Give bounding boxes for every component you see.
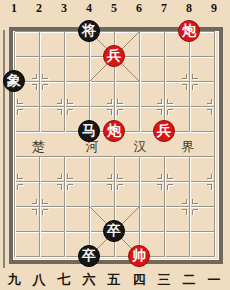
board-intersection[interactable] [164,156,189,181]
board-intersection[interactable] [89,156,114,181]
board-intersection[interactable] [164,56,189,81]
board-intersection[interactable] [39,156,64,181]
board-intersection[interactable] [64,181,89,206]
board-intersection[interactable] [189,131,214,156]
board-intersection[interactable] [39,81,64,106]
board-intersection[interactable] [189,56,214,81]
piece-black-horse[interactable]: 马 [78,120,100,142]
board-intersection[interactable] [39,181,64,206]
board-intersection[interactable] [39,31,64,56]
piece-black-elephant[interactable]: 象 [3,70,25,92]
board-intersection[interactable] [139,31,164,56]
board-intersection[interactable] [189,81,214,106]
piece-red-cannon[interactable]: 炮 [178,20,200,42]
board-intersection[interactable] [14,181,39,206]
board-intersection[interactable] [189,181,214,206]
piece-black-soldier[interactable]: 卒 [103,220,125,242]
piece-red-soldier[interactable]: 兵 [153,120,175,142]
board-intersection[interactable] [164,81,189,106]
board-intersection[interactable] [14,206,39,231]
board-intersection[interactable] [64,81,89,106]
board-intersection[interactable] [114,181,139,206]
board-intersection[interactable] [189,206,214,231]
board-intersection[interactable] [114,81,139,106]
board-intersection[interactable] [39,206,64,231]
board-intersection[interactable] [39,231,64,256]
board-intersection[interactable] [139,181,164,206]
board-intersection[interactable] [39,131,64,156]
board-intersection[interactable] [14,106,39,131]
piece-red-cannon[interactable]: 炮 [103,120,125,142]
board-intersection[interactable] [164,181,189,206]
board-intersection[interactable] [39,56,64,81]
piece-black-soldier[interactable]: 卒 [78,245,100,267]
board-intersection[interactable] [64,156,89,181]
board-intersection[interactable] [64,206,89,231]
piece-red-soldier[interactable]: 兵 [103,45,125,67]
board-intersection[interactable] [14,131,39,156]
piece-black-general[interactable]: 将 [78,20,100,42]
board-intersection[interactable] [89,81,114,106]
board-intersection[interactable] [164,231,189,256]
board-intersection[interactable] [64,56,89,81]
xiangqi-board: 1 2 3 4 5 6 7 8 9 九 八 七 六 五 四 三 二 一 楚 河 … [0,0,230,290]
board-intersection[interactable] [189,156,214,181]
board-intersection[interactable] [14,156,39,181]
board-intersection[interactable] [189,231,214,256]
board-intersection[interactable] [139,56,164,81]
board-intersection[interactable] [89,181,114,206]
board-intersection[interactable] [189,106,214,131]
board-intersection[interactable] [164,206,189,231]
board-intersection[interactable] [39,106,64,131]
board-intersection[interactable] [14,31,39,56]
board-intersection[interactable] [14,231,39,256]
board-intersection[interactable] [114,156,139,181]
piece-red-general[interactable]: 帅 [128,245,150,267]
board-intersection[interactable] [139,206,164,231]
board-intersection[interactable] [139,81,164,106]
board-intersection[interactable] [139,156,164,181]
